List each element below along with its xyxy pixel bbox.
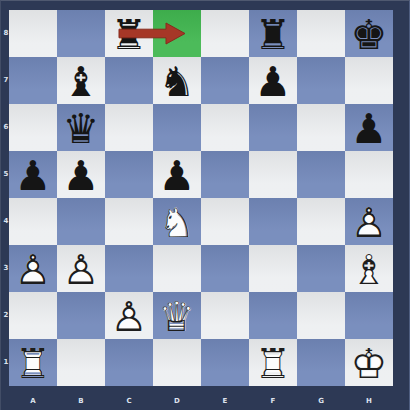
square-c6[interactable]: [105, 104, 153, 151]
square-h4[interactable]: ♟♙: [345, 198, 393, 245]
square-c3[interactable]: [105, 245, 153, 292]
white-piece-outline: ♖: [9, 339, 57, 386]
piece-black-pawn[interactable]: ♟: [153, 151, 201, 198]
square-f5[interactable]: [249, 151, 297, 198]
square-h1[interactable]: ♚♔: [345, 339, 393, 386]
square-a8[interactable]: [9, 10, 57, 57]
file-label-b: B: [57, 387, 105, 410]
file-label-f: F: [249, 387, 297, 410]
square-f4[interactable]: [249, 198, 297, 245]
file-label-c: C: [105, 387, 153, 410]
black-piece-glyph: ♝: [57, 57, 105, 104]
square-d6[interactable]: [153, 104, 201, 151]
black-piece-glyph: ♟: [153, 151, 201, 198]
black-piece-glyph: ♟: [57, 151, 105, 198]
square-b6[interactable]: ♛: [57, 104, 105, 151]
square-f8[interactable]: ♜: [249, 10, 297, 57]
square-b8[interactable]: [57, 10, 105, 57]
square-b1[interactable]: [57, 339, 105, 386]
square-g8[interactable]: [297, 10, 345, 57]
file-label-e: E: [201, 387, 249, 410]
square-g1[interactable]: [297, 339, 345, 386]
square-e2[interactable]: [201, 292, 249, 339]
square-d3[interactable]: [153, 245, 201, 292]
piece-black-rook[interactable]: ♜: [105, 10, 153, 57]
square-c1[interactable]: [105, 339, 153, 386]
piece-black-queen[interactable]: ♛: [57, 104, 105, 151]
square-c5[interactable]: [105, 151, 153, 198]
square-d4[interactable]: ♞♘: [153, 198, 201, 245]
square-g7[interactable]: [297, 57, 345, 104]
square-a3[interactable]: ♟♙: [9, 245, 57, 292]
piece-black-pawn[interactable]: ♟: [249, 57, 297, 104]
file-label-a: A: [9, 387, 57, 410]
square-e3[interactable]: [201, 245, 249, 292]
square-d5[interactable]: ♟: [153, 151, 201, 198]
square-b3[interactable]: ♟♙: [57, 245, 105, 292]
white-piece-outline: ♙: [345, 198, 393, 245]
square-b7[interactable]: ♝: [57, 57, 105, 104]
square-a1[interactable]: ♜♖: [9, 339, 57, 386]
square-f1[interactable]: ♜♖: [249, 339, 297, 386]
file-label-g: G: [297, 387, 345, 410]
square-c2[interactable]: ♟♙: [105, 292, 153, 339]
square-g5[interactable]: [297, 151, 345, 198]
piece-white-pawn[interactable]: ♟♙: [57, 245, 105, 292]
piece-black-pawn[interactable]: ♟: [345, 104, 393, 151]
square-b5[interactable]: ♟: [57, 151, 105, 198]
white-piece-outline: ♘: [153, 198, 201, 245]
square-e4[interactable]: [201, 198, 249, 245]
square-a4[interactable]: [9, 198, 57, 245]
square-c7[interactable]: [105, 57, 153, 104]
square-c8[interactable]: ♜: [105, 10, 153, 57]
black-piece-glyph: ♛: [57, 104, 105, 151]
square-a7[interactable]: [9, 57, 57, 104]
square-e8[interactable]: [201, 10, 249, 57]
piece-white-bishop[interactable]: ♝♗: [345, 245, 393, 292]
file-label-h: H: [345, 387, 393, 410]
white-piece-outline: ♙: [57, 245, 105, 292]
black-piece-glyph: ♜: [105, 10, 153, 57]
white-piece-outline: ♖: [249, 339, 297, 386]
black-piece-glyph: ♞: [153, 57, 201, 104]
square-d2[interactable]: ♛♕: [153, 292, 201, 339]
white-piece-outline: ♗: [345, 245, 393, 292]
square-g6[interactable]: [297, 104, 345, 151]
square-g2[interactable]: [297, 292, 345, 339]
square-b2[interactable]: [57, 292, 105, 339]
square-a5[interactable]: ♟: [9, 151, 57, 198]
piece-black-king[interactable]: ♚: [345, 10, 393, 57]
file-label-d: D: [153, 387, 201, 410]
piece-white-rook[interactable]: ♜♖: [9, 339, 57, 386]
square-f6[interactable]: [249, 104, 297, 151]
piece-white-queen[interactable]: ♛♕: [153, 292, 201, 339]
square-d7[interactable]: ♞: [153, 57, 201, 104]
white-piece-outline: ♙: [9, 245, 57, 292]
square-h6[interactable]: ♟: [345, 104, 393, 151]
square-d1[interactable]: [153, 339, 201, 386]
black-piece-glyph: ♜: [249, 10, 297, 57]
square-f3[interactable]: [249, 245, 297, 292]
square-g3[interactable]: [297, 245, 345, 292]
piece-white-knight[interactable]: ♞♘: [153, 198, 201, 245]
square-c4[interactable]: [105, 198, 153, 245]
piece-black-rook[interactable]: ♜: [249, 10, 297, 57]
white-piece-outline: ♕: [153, 292, 201, 339]
piece-white-pawn[interactable]: ♟♙: [9, 245, 57, 292]
square-h7[interactable]: [345, 57, 393, 104]
piece-black-pawn[interactable]: ♟: [9, 151, 57, 198]
piece-white-pawn[interactable]: ♟♙: [105, 292, 153, 339]
piece-white-king[interactable]: ♚♔: [345, 339, 393, 386]
white-piece-outline: ♙: [105, 292, 153, 339]
square-a2[interactable]: [9, 292, 57, 339]
square-f7[interactable]: ♟: [249, 57, 297, 104]
square-h5[interactable]: [345, 151, 393, 198]
square-d8[interactable]: [153, 10, 201, 57]
square-e5[interactable]: [201, 151, 249, 198]
black-piece-glyph: ♟: [9, 151, 57, 198]
white-piece-outline: ♔: [345, 339, 393, 386]
square-b4[interactable]: [57, 198, 105, 245]
square-f2[interactable]: [249, 292, 297, 339]
square-a6[interactable]: [9, 104, 57, 151]
file-labels: ABCDEFGH: [9, 387, 393, 410]
black-piece-glyph: ♚: [345, 10, 393, 57]
piece-white-rook[interactable]: ♜♖: [249, 339, 297, 386]
piece-white-pawn[interactable]: ♟♙: [345, 198, 393, 245]
square-g4[interactable]: [297, 198, 345, 245]
square-e1[interactable]: [201, 339, 249, 386]
black-piece-glyph: ♟: [345, 104, 393, 151]
square-e6[interactable]: [201, 104, 249, 151]
black-piece-glyph: ♟: [249, 57, 297, 104]
chess-board: ♜♜♚♝♞♟♛♟♟♟♟♞♘♟♙♟♙♟♙♝♗♟♙♛♕♜♖♜♖♚♔: [9, 10, 393, 386]
square-e7[interactable]: [201, 57, 249, 104]
square-h3[interactable]: ♝♗: [345, 245, 393, 292]
piece-black-pawn[interactable]: ♟: [57, 151, 105, 198]
square-h2[interactable]: [345, 292, 393, 339]
square-h8[interactable]: ♚: [345, 10, 393, 57]
piece-black-knight[interactable]: ♞: [153, 57, 201, 104]
piece-black-bishop[interactable]: ♝: [57, 57, 105, 104]
